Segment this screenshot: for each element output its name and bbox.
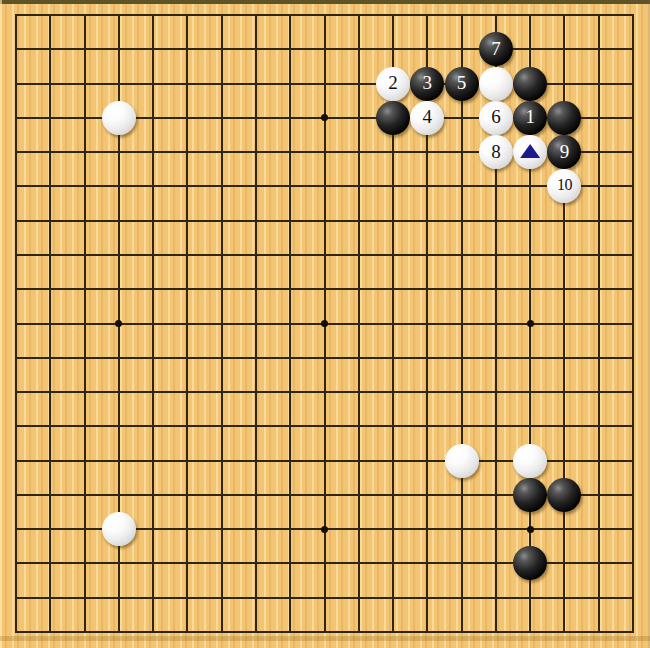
intersection-L3[interactable] (342, 546, 376, 580)
intersection-A1[interactable] (0, 615, 33, 648)
intersection-L7[interactable] (342, 409, 376, 443)
intersection-S13[interactable] (582, 204, 616, 238)
intersection-H9[interactable] (239, 341, 273, 375)
intersection-M11[interactable] (376, 272, 410, 306)
intersection-H8[interactable] (239, 375, 273, 409)
intersection-O11[interactable] (444, 272, 478, 306)
intersection-S19[interactable] (582, 0, 616, 32)
intersection-S9[interactable] (582, 341, 616, 375)
stone-white-R14[interactable]: 10 (547, 169, 581, 203)
intersection-F15[interactable] (170, 135, 204, 169)
intersection-O16[interactable] (444, 101, 478, 135)
intersection-M4[interactable] (376, 512, 410, 546)
intersection-Q13[interactable] (513, 204, 547, 238)
stone-white-P16[interactable]: 6 (479, 101, 513, 135)
intersection-Q7[interactable] (513, 409, 547, 443)
intersection-O15[interactable] (444, 135, 478, 169)
intersection-O9[interactable] (444, 341, 478, 375)
intersection-O8[interactable] (444, 375, 478, 409)
intersection-D10[interactable] (102, 306, 136, 340)
intersection-E17[interactable] (136, 66, 170, 100)
intersection-F3[interactable] (170, 546, 204, 580)
intersection-M7[interactable] (376, 409, 410, 443)
intersection-F9[interactable] (170, 341, 204, 375)
intersection-O10[interactable] (444, 306, 478, 340)
intersection-H4[interactable] (239, 512, 273, 546)
intersection-E16[interactable] (136, 101, 170, 135)
intersection-T13[interactable] (616, 204, 650, 238)
intersection-N6[interactable] (410, 443, 444, 477)
intersection-J18[interactable] (273, 32, 307, 66)
intersection-R15[interactable]: 9 (547, 135, 581, 169)
intersection-G9[interactable] (205, 341, 239, 375)
intersection-Q10[interactable] (513, 306, 547, 340)
intersection-O18[interactable] (444, 32, 478, 66)
intersection-Q16[interactable]: 1 (513, 101, 547, 135)
intersection-N17[interactable]: 3 (410, 66, 444, 100)
intersection-E1[interactable] (136, 615, 170, 648)
intersection-E8[interactable] (136, 375, 170, 409)
intersection-R1[interactable] (547, 615, 581, 648)
intersection-C14[interactable] (67, 169, 101, 203)
intersection-T3[interactable] (616, 546, 650, 580)
intersection-O14[interactable] (444, 169, 478, 203)
intersection-R10[interactable] (547, 306, 581, 340)
intersection-P18[interactable]: 7 (479, 32, 513, 66)
intersection-B2[interactable] (33, 581, 67, 615)
intersection-C9[interactable] (67, 341, 101, 375)
intersection-C3[interactable] (67, 546, 101, 580)
intersection-A12[interactable] (0, 238, 33, 272)
intersection-L5[interactable] (342, 478, 376, 512)
intersection-E19[interactable] (136, 0, 170, 32)
intersection-K2[interactable] (307, 581, 341, 615)
intersection-D15[interactable] (102, 135, 136, 169)
stone-white-D4[interactable] (102, 512, 136, 546)
intersection-L11[interactable] (342, 272, 376, 306)
intersection-H3[interactable] (239, 546, 273, 580)
intersection-B16[interactable] (33, 101, 67, 135)
intersection-H1[interactable] (239, 615, 273, 648)
intersection-C4[interactable] (67, 512, 101, 546)
intersection-L6[interactable] (342, 443, 376, 477)
intersection-N16[interactable]: 4 (410, 101, 444, 135)
intersection-B11[interactable] (33, 272, 67, 306)
intersection-F18[interactable] (170, 32, 204, 66)
intersection-C12[interactable] (67, 238, 101, 272)
stone-white-Q15[interactable] (513, 135, 547, 169)
intersection-K17[interactable] (307, 66, 341, 100)
intersection-M17[interactable]: 2 (376, 66, 410, 100)
intersection-O19[interactable] (444, 0, 478, 32)
intersection-C16[interactable] (67, 101, 101, 135)
intersection-B17[interactable] (33, 66, 67, 100)
intersection-M9[interactable] (376, 341, 410, 375)
intersection-S3[interactable] (582, 546, 616, 580)
intersection-E15[interactable] (136, 135, 170, 169)
intersection-Q2[interactable] (513, 581, 547, 615)
intersection-N2[interactable] (410, 581, 444, 615)
intersection-K11[interactable] (307, 272, 341, 306)
intersection-O17[interactable]: 5 (444, 66, 478, 100)
intersection-B9[interactable] (33, 341, 67, 375)
intersection-F14[interactable] (170, 169, 204, 203)
intersection-D6[interactable] (102, 443, 136, 477)
intersection-J16[interactable] (273, 101, 307, 135)
intersection-E14[interactable] (136, 169, 170, 203)
intersection-H16[interactable] (239, 101, 273, 135)
stone-black-Q17[interactable] (513, 67, 547, 101)
intersection-T6[interactable] (616, 443, 650, 477)
intersection-O5[interactable] (444, 478, 478, 512)
intersection-P1[interactable] (479, 615, 513, 648)
intersection-K9[interactable] (307, 341, 341, 375)
intersection-J14[interactable] (273, 169, 307, 203)
intersection-D7[interactable] (102, 409, 136, 443)
intersection-P3[interactable] (479, 546, 513, 580)
stone-white-N16[interactable]: 4 (410, 101, 444, 135)
intersection-J12[interactable] (273, 238, 307, 272)
intersection-Q17[interactable] (513, 66, 547, 100)
intersection-H2[interactable] (239, 581, 273, 615)
intersection-A6[interactable] (0, 443, 33, 477)
stone-white-Q6[interactable] (513, 444, 547, 478)
intersection-S12[interactable] (582, 238, 616, 272)
intersection-T10[interactable] (616, 306, 650, 340)
intersection-O1[interactable] (444, 615, 478, 648)
intersection-F10[interactable] (170, 306, 204, 340)
intersection-C13[interactable] (67, 204, 101, 238)
intersection-E18[interactable] (136, 32, 170, 66)
intersection-C17[interactable] (67, 66, 101, 100)
intersection-H15[interactable] (239, 135, 273, 169)
intersection-L9[interactable] (342, 341, 376, 375)
intersection-D19[interactable] (102, 0, 136, 32)
intersection-F6[interactable] (170, 443, 204, 477)
intersection-A9[interactable] (0, 341, 33, 375)
intersection-J17[interactable] (273, 66, 307, 100)
intersection-F4[interactable] (170, 512, 204, 546)
intersection-F17[interactable] (170, 66, 204, 100)
intersection-N8[interactable] (410, 375, 444, 409)
intersection-H12[interactable] (239, 238, 273, 272)
stone-black-P18[interactable]: 7 (479, 32, 513, 66)
intersection-L1[interactable] (342, 615, 376, 648)
intersection-N19[interactable] (410, 0, 444, 32)
intersection-Q15[interactable] (513, 135, 547, 169)
intersection-A18[interactable] (0, 32, 33, 66)
intersection-B12[interactable] (33, 238, 67, 272)
intersection-H6[interactable] (239, 443, 273, 477)
intersection-K8[interactable] (307, 375, 341, 409)
intersection-R11[interactable] (547, 272, 581, 306)
intersection-L8[interactable] (342, 375, 376, 409)
intersection-A17[interactable] (0, 66, 33, 100)
intersection-L2[interactable] (342, 581, 376, 615)
intersection-P7[interactable] (479, 409, 513, 443)
intersection-D4[interactable] (102, 512, 136, 546)
intersection-D2[interactable] (102, 581, 136, 615)
intersection-T17[interactable] (616, 66, 650, 100)
intersection-D3[interactable] (102, 546, 136, 580)
intersection-P2[interactable] (479, 581, 513, 615)
intersection-N15[interactable] (410, 135, 444, 169)
intersection-J2[interactable] (273, 581, 307, 615)
intersection-P9[interactable] (479, 341, 513, 375)
intersection-E2[interactable] (136, 581, 170, 615)
intersection-B7[interactable] (33, 409, 67, 443)
intersection-D12[interactable] (102, 238, 136, 272)
intersection-M10[interactable] (376, 306, 410, 340)
intersection-A15[interactable] (0, 135, 33, 169)
intersection-A8[interactable] (0, 375, 33, 409)
intersection-O3[interactable] (444, 546, 478, 580)
intersection-T18[interactable] (616, 32, 650, 66)
intersection-J3[interactable] (273, 546, 307, 580)
intersection-L18[interactable] (342, 32, 376, 66)
stone-black-R15[interactable]: 9 (547, 135, 581, 169)
intersection-H11[interactable] (239, 272, 273, 306)
intersection-D11[interactable] (102, 272, 136, 306)
intersection-E12[interactable] (136, 238, 170, 272)
intersection-S14[interactable] (582, 169, 616, 203)
intersection-R16[interactable] (547, 101, 581, 135)
intersection-P8[interactable] (479, 375, 513, 409)
intersection-J15[interactable] (273, 135, 307, 169)
intersection-M14[interactable] (376, 169, 410, 203)
intersection-T15[interactable] (616, 135, 650, 169)
intersection-F12[interactable] (170, 238, 204, 272)
intersection-J9[interactable] (273, 341, 307, 375)
intersection-K6[interactable] (307, 443, 341, 477)
intersection-H17[interactable] (239, 66, 273, 100)
intersection-R14[interactable]: 10 (547, 169, 581, 203)
intersection-T8[interactable] (616, 375, 650, 409)
intersection-Q14[interactable] (513, 169, 547, 203)
intersection-T16[interactable] (616, 101, 650, 135)
intersection-S6[interactable] (582, 443, 616, 477)
intersection-G13[interactable] (205, 204, 239, 238)
intersection-D18[interactable] (102, 32, 136, 66)
intersection-P13[interactable] (479, 204, 513, 238)
stone-black-Q16[interactable]: 1 (513, 101, 547, 135)
intersection-A19[interactable] (0, 0, 33, 32)
intersection-T11[interactable] (616, 272, 650, 306)
intersection-M13[interactable] (376, 204, 410, 238)
intersection-Q19[interactable] (513, 0, 547, 32)
intersection-O4[interactable] (444, 512, 478, 546)
intersection-L15[interactable] (342, 135, 376, 169)
stone-white-P15[interactable]: 8 (479, 135, 513, 169)
intersection-F13[interactable] (170, 204, 204, 238)
intersection-K5[interactable] (307, 478, 341, 512)
intersection-E7[interactable] (136, 409, 170, 443)
intersection-M15[interactable] (376, 135, 410, 169)
intersection-R17[interactable] (547, 66, 581, 100)
intersection-N9[interactable] (410, 341, 444, 375)
intersection-Q8[interactable] (513, 375, 547, 409)
intersection-C10[interactable] (67, 306, 101, 340)
intersection-L4[interactable] (342, 512, 376, 546)
intersection-T5[interactable] (616, 478, 650, 512)
intersection-C11[interactable] (67, 272, 101, 306)
intersection-N13[interactable] (410, 204, 444, 238)
intersection-S17[interactable] (582, 66, 616, 100)
intersection-D13[interactable] (102, 204, 136, 238)
intersection-T12[interactable] (616, 238, 650, 272)
intersection-N1[interactable] (410, 615, 444, 648)
intersection-T14[interactable] (616, 169, 650, 203)
intersection-N10[interactable] (410, 306, 444, 340)
intersection-R18[interactable] (547, 32, 581, 66)
intersection-G5[interactable] (205, 478, 239, 512)
intersection-Q6[interactable] (513, 443, 547, 477)
intersection-O2[interactable] (444, 581, 478, 615)
intersection-P15[interactable]: 8 (479, 135, 513, 169)
intersection-A7[interactable] (0, 409, 33, 443)
intersection-S18[interactable] (582, 32, 616, 66)
stone-white-D16[interactable] (102, 101, 136, 135)
intersection-R5[interactable] (547, 478, 581, 512)
intersection-J6[interactable] (273, 443, 307, 477)
intersection-J8[interactable] (273, 375, 307, 409)
intersection-N5[interactable] (410, 478, 444, 512)
intersection-O7[interactable] (444, 409, 478, 443)
intersection-B1[interactable] (33, 615, 67, 648)
intersection-P4[interactable] (479, 512, 513, 546)
intersection-M19[interactable] (376, 0, 410, 32)
intersection-B13[interactable] (33, 204, 67, 238)
stone-black-Q5[interactable] (513, 478, 547, 512)
intersection-S11[interactable] (582, 272, 616, 306)
intersection-H14[interactable] (239, 169, 273, 203)
intersection-G14[interactable] (205, 169, 239, 203)
intersection-N18[interactable] (410, 32, 444, 66)
intersection-T2[interactable] (616, 581, 650, 615)
intersection-C8[interactable] (67, 375, 101, 409)
intersection-N12[interactable] (410, 238, 444, 272)
intersection-J7[interactable] (273, 409, 307, 443)
intersection-C1[interactable] (67, 615, 101, 648)
stone-white-P17[interactable] (479, 67, 513, 101)
intersection-K1[interactable] (307, 615, 341, 648)
intersection-G1[interactable] (205, 615, 239, 648)
intersection-J11[interactable] (273, 272, 307, 306)
intersection-K13[interactable] (307, 204, 341, 238)
intersection-N3[interactable] (410, 546, 444, 580)
intersection-T4[interactable] (616, 512, 650, 546)
intersection-C5[interactable] (67, 478, 101, 512)
intersection-L10[interactable] (342, 306, 376, 340)
intersection-P5[interactable] (479, 478, 513, 512)
intersection-F11[interactable] (170, 272, 204, 306)
intersection-M16[interactable] (376, 101, 410, 135)
intersection-S1[interactable] (582, 615, 616, 648)
intersection-F16[interactable] (170, 101, 204, 135)
intersection-E6[interactable] (136, 443, 170, 477)
intersection-R6[interactable] (547, 443, 581, 477)
intersection-D1[interactable] (102, 615, 136, 648)
intersection-T9[interactable] (616, 341, 650, 375)
intersection-H10[interactable] (239, 306, 273, 340)
intersection-E4[interactable] (136, 512, 170, 546)
intersection-F5[interactable] (170, 478, 204, 512)
intersection-G10[interactable] (205, 306, 239, 340)
intersection-R12[interactable] (547, 238, 581, 272)
intersection-K16[interactable] (307, 101, 341, 135)
intersection-K7[interactable] (307, 409, 341, 443)
intersection-H18[interactable] (239, 32, 273, 66)
intersection-B8[interactable] (33, 375, 67, 409)
intersection-A14[interactable] (0, 169, 33, 203)
intersection-M8[interactable] (376, 375, 410, 409)
intersection-H5[interactable] (239, 478, 273, 512)
intersection-B6[interactable] (33, 443, 67, 477)
intersection-E10[interactable] (136, 306, 170, 340)
intersection-D5[interactable] (102, 478, 136, 512)
intersection-K18[interactable] (307, 32, 341, 66)
stone-white-O6[interactable] (445, 444, 479, 478)
intersection-H7[interactable] (239, 409, 273, 443)
intersection-C7[interactable] (67, 409, 101, 443)
intersection-C15[interactable] (67, 135, 101, 169)
intersection-T7[interactable] (616, 409, 650, 443)
intersection-Q18[interactable] (513, 32, 547, 66)
intersection-Q1[interactable] (513, 615, 547, 648)
intersection-K14[interactable] (307, 169, 341, 203)
intersection-M3[interactable] (376, 546, 410, 580)
intersection-A11[interactable] (0, 272, 33, 306)
stone-black-R16[interactable] (547, 101, 581, 135)
intersection-G19[interactable] (205, 0, 239, 32)
intersection-O13[interactable] (444, 204, 478, 238)
intersection-L17[interactable] (342, 66, 376, 100)
intersection-A5[interactable] (0, 478, 33, 512)
intersection-C19[interactable] (67, 0, 101, 32)
intersection-H19[interactable] (239, 0, 273, 32)
intersection-Q3[interactable] (513, 546, 547, 580)
intersection-C2[interactable] (67, 581, 101, 615)
intersection-P6[interactable] (479, 443, 513, 477)
intersection-M6[interactable] (376, 443, 410, 477)
intersection-D9[interactable] (102, 341, 136, 375)
intersection-G18[interactable] (205, 32, 239, 66)
intersection-S16[interactable] (582, 101, 616, 135)
intersection-E13[interactable] (136, 204, 170, 238)
stone-black-O17[interactable]: 5 (445, 67, 479, 101)
intersection-S2[interactable] (582, 581, 616, 615)
intersection-D14[interactable] (102, 169, 136, 203)
intersection-P14[interactable] (479, 169, 513, 203)
intersection-F7[interactable] (170, 409, 204, 443)
intersection-L19[interactable] (342, 0, 376, 32)
intersection-J10[interactable] (273, 306, 307, 340)
intersection-P19[interactable] (479, 0, 513, 32)
intersection-T19[interactable] (616, 0, 650, 32)
intersection-L12[interactable] (342, 238, 376, 272)
intersection-D17[interactable] (102, 66, 136, 100)
intersection-Q4[interactable] (513, 512, 547, 546)
intersection-E5[interactable] (136, 478, 170, 512)
intersection-G2[interactable] (205, 581, 239, 615)
intersection-N4[interactable] (410, 512, 444, 546)
intersection-Q9[interactable] (513, 341, 547, 375)
intersection-G17[interactable] (205, 66, 239, 100)
intersection-K19[interactable] (307, 0, 341, 32)
intersection-H13[interactable] (239, 204, 273, 238)
intersection-D8[interactable] (102, 375, 136, 409)
intersection-A13[interactable] (0, 204, 33, 238)
